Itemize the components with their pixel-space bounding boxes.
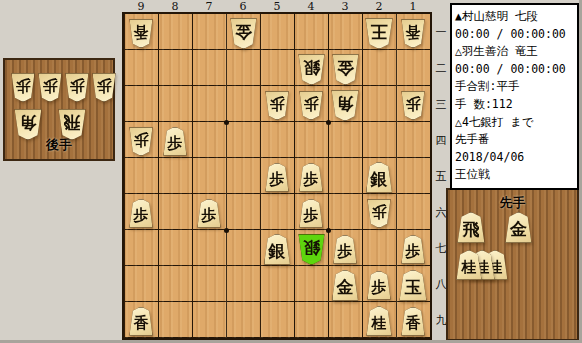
rank-label: 二 (432, 50, 450, 86)
shogi-piece-gote[interactable]: 飛 (58, 109, 86, 140)
shogi-piece-sente[interactable]: 歩 (299, 163, 323, 192)
shogi-piece-sente[interactable]: 歩 (299, 199, 323, 228)
shogi-piece-sente[interactable]: 香 (401, 307, 425, 336)
shogi-piece-gote[interactable]: 香 (129, 19, 153, 48)
file-label: 8 (158, 0, 192, 13)
shogi-piece-sente[interactable]: 歩 (333, 235, 357, 264)
shogi-piece-sente[interactable]: 歩 (163, 127, 187, 156)
shogi-piece-sente[interactable]: 金 (505, 212, 532, 243)
gote-clock: 00:00 / 00:00:00 (455, 61, 574, 79)
shogi-piece-gote-lastmove[interactable]: 銀 (298, 234, 325, 265)
file-label: 3 (328, 0, 362, 13)
game-info-panel: ▲村山慈明 七段 00:00 / 00:00:00 △羽生善治 竜王 00:00… (450, 3, 579, 190)
hoshi-dot (326, 120, 331, 125)
shogi-piece-sente[interactable]: 桂 (366, 306, 392, 336)
file-label: 1 (396, 0, 430, 13)
hoshi-dot (326, 228, 331, 233)
shogi-piece-gote[interactable]: 角 (14, 109, 42, 140)
hoshi-dot (224, 120, 229, 125)
shogi-piece-gote[interactable]: 歩 (38, 73, 62, 102)
gote-captured-tray: 後手 歩歩歩歩角飛 (3, 58, 115, 161)
shogi-piece-gote[interactable]: 歩 (129, 127, 153, 156)
shogi-piece-gote[interactable]: 歩 (92, 73, 116, 102)
gote-hand-row: 歩歩歩歩 (11, 73, 116, 102)
sente-captured-tray: 先手 飛金桂桂桂 (446, 188, 579, 341)
shogi-piece-gote[interactable]: 王 (365, 18, 393, 49)
shogi-piece-sente[interactable]: 飛 (457, 212, 485, 243)
file-coordinates: 987654321 (124, 0, 430, 13)
shogi-piece-gote[interactable]: 銀 (298, 54, 325, 85)
shogi-piece-sente[interactable]: 桂 (456, 250, 482, 280)
shogi-piece-sente[interactable]: 銀 (366, 162, 393, 193)
sente-hand-row: 桂桂桂 (456, 250, 508, 280)
shogi-piece-sente[interactable]: 歩 (401, 235, 425, 264)
file-label: 9 (124, 0, 158, 13)
last-move-line: △4七銀打 まで (455, 114, 574, 132)
move-count-line: 手 数:112 (455, 96, 574, 114)
gote-hand-row: 角飛 (14, 109, 86, 140)
sente-hand-row: 飛金 (457, 212, 532, 243)
file-label: 5 (260, 0, 294, 13)
sente-clock: 00:00 / 00:00:00 (455, 26, 574, 44)
shogi-piece-sente[interactable]: 金 (332, 270, 359, 301)
shogi-piece-gote[interactable]: 歩 (11, 73, 35, 102)
shogi-piece-gote[interactable]: 歩 (367, 199, 391, 228)
file-label: 7 (192, 0, 226, 13)
sente-player-name: ▲村山慈明 七段 (455, 8, 574, 26)
shogi-piece-sente[interactable]: 歩 (367, 271, 391, 300)
side-to-move-line: 先手番 (455, 131, 574, 149)
shogi-piece-sente[interactable]: 歩 (265, 163, 289, 192)
tournament-name: 王位戦 (455, 166, 574, 184)
shogi-piece-sente[interactable]: 歩 (129, 199, 153, 228)
file-label: 6 (226, 0, 260, 13)
rank-label: 三 (432, 86, 450, 122)
shogi-board[interactable]: 香金王香銀金歩歩角歩歩歩歩歩銀歩歩歩歩銀銀歩歩金歩玉香桂香 (124, 14, 430, 338)
shogi-piece-sente[interactable]: 銀 (264, 234, 291, 265)
handicap-line: 手合割:平手 (455, 78, 574, 96)
rank-label: 四 (432, 122, 450, 158)
shogi-piece-gote[interactable]: 香 (401, 19, 425, 48)
shogi-piece-gote[interactable]: 歩 (65, 73, 89, 102)
shogi-piece-sente[interactable]: 歩 (197, 199, 221, 228)
shogi-piece-gote[interactable]: 歩 (299, 91, 323, 120)
shogi-piece-sente[interactable]: 玉 (399, 270, 427, 301)
game-date: 2018/04/06 (455, 149, 574, 167)
shogi-piece-gote[interactable]: 金 (230, 18, 257, 49)
shogi-piece-sente[interactable]: 香 (129, 307, 153, 336)
shogi-piece-gote[interactable]: 金 (332, 54, 359, 85)
file-label: 2 (362, 0, 396, 13)
kifu-window: 987654321 一二三四五六七八九 香金王香銀金歩歩角歩歩歩歩歩銀歩歩歩歩銀… (0, 0, 582, 343)
shogi-piece-gote[interactable]: 歩 (401, 91, 425, 120)
file-label: 4 (294, 0, 328, 13)
shogi-piece-gote[interactable]: 角 (331, 90, 359, 121)
rank-label: 一 (432, 14, 450, 50)
hoshi-dot (224, 228, 229, 233)
sente-label: 先手 (448, 194, 577, 212)
gote-player-name: △羽生善治 竜王 (455, 43, 574, 61)
shogi-piece-gote[interactable]: 歩 (265, 91, 289, 120)
